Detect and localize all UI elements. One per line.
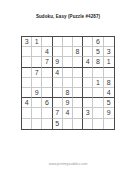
- puzzle-title: Sudoku, Easy (Puzzle #4287): [0, 14, 136, 19]
- sudoku-cell: [83, 98, 93, 108]
- sudoku-cell: 8: [63, 88, 73, 98]
- sudoku-cell: 4: [22, 98, 32, 108]
- sudoku-cell: 4: [53, 68, 63, 78]
- sudoku-cell: [83, 78, 93, 88]
- sudoku-cell: 4: [83, 57, 93, 67]
- sudoku-cell: [63, 78, 73, 88]
- sudoku-cell: [104, 68, 114, 78]
- sudoku-cell: [73, 57, 83, 67]
- sudoku-cell: [22, 88, 32, 98]
- sudoku-cell: 9: [63, 98, 73, 108]
- sudoku-cell: [53, 88, 63, 98]
- sudoku-cell: 1: [32, 37, 42, 47]
- sudoku-cell: 5: [53, 119, 63, 129]
- sudoku-cell: 8: [104, 78, 114, 88]
- sudoku-cell: 5: [104, 98, 114, 108]
- sudoku-board: 3164853794817418984469574395: [21, 36, 115, 130]
- sudoku-cell: 8: [93, 57, 103, 67]
- sudoku-cell: [22, 68, 32, 78]
- sudoku-cell: 9: [53, 57, 63, 67]
- sudoku-cell: [83, 47, 93, 57]
- sudoku-cell: [104, 119, 114, 129]
- sudoku-cell: 3: [22, 37, 32, 47]
- sudoku-cell: 7: [53, 108, 63, 118]
- sudoku-cell: 3: [104, 47, 114, 57]
- sudoku-cell: [93, 68, 103, 78]
- sudoku-cell: [32, 47, 42, 57]
- sudoku-cell: [93, 98, 103, 108]
- sudoku-cell: [22, 119, 32, 129]
- sudoku-cell: [32, 108, 42, 118]
- sudoku-cell: [83, 37, 93, 47]
- sudoku-cell: 7: [42, 57, 52, 67]
- sudoku-cell: [42, 68, 52, 78]
- sudoku-cell: [42, 37, 52, 47]
- sudoku-cell: [22, 57, 32, 67]
- sudoku-cell: [42, 78, 52, 88]
- sudoku-cell: 4: [42, 47, 52, 57]
- sudoku-cell: [53, 78, 63, 88]
- sudoku-cell: [22, 108, 32, 118]
- sudoku-cell: 6: [42, 98, 52, 108]
- sudoku-cell: [63, 47, 73, 57]
- sudoku-cell: [53, 98, 63, 108]
- sudoku-cell: [93, 119, 103, 129]
- sudoku-cell: [32, 78, 42, 88]
- sudoku-cell: [93, 88, 103, 98]
- sudoku-cell: [32, 119, 42, 129]
- sudoku-cell: 1: [93, 78, 103, 88]
- sudoku-cell: [83, 68, 93, 78]
- sudoku-cell: [53, 37, 63, 47]
- sudoku-cell: [73, 98, 83, 108]
- sudoku-cell: [22, 78, 32, 88]
- sudoku-cell: 6: [93, 37, 103, 47]
- sudoku-cell: [73, 108, 83, 118]
- sudoku-cell: [32, 57, 42, 67]
- sudoku-sheet: Sudoku, Easy (Puzzle #4287) 316485379481…: [0, 0, 136, 176]
- sudoku-cell: [63, 57, 73, 67]
- sudoku-cell: [32, 98, 42, 108]
- footer-url: www.printmysudoku.com: [0, 162, 136, 166]
- sudoku-cell: [104, 37, 114, 47]
- sudoku-cell: [42, 88, 52, 98]
- sudoku-cell: [42, 119, 52, 129]
- sudoku-cell: 5: [93, 47, 103, 57]
- sudoku-cell: [63, 68, 73, 78]
- sudoku-cell: 1: [104, 57, 114, 67]
- sudoku-cell: [93, 108, 103, 118]
- sudoku-cell: [63, 119, 73, 129]
- sudoku-cell: [42, 108, 52, 118]
- sudoku-cell: [73, 88, 83, 98]
- sudoku-cell: [73, 78, 83, 88]
- sudoku-cell: [73, 119, 83, 129]
- sudoku-cell: 3: [83, 108, 93, 118]
- sudoku-cell: [83, 119, 93, 129]
- sudoku-cell: 4: [63, 108, 73, 118]
- sudoku-cell: [22, 47, 32, 57]
- sudoku-cell: 4: [104, 88, 114, 98]
- sudoku-cell: [83, 88, 93, 98]
- sudoku-cell: 9: [32, 88, 42, 98]
- sudoku-cell: [73, 37, 83, 47]
- sudoku-cell: [63, 37, 73, 47]
- sudoku-cell: 7: [32, 68, 42, 78]
- sudoku-cell: [73, 68, 83, 78]
- sudoku-cell: 8: [73, 47, 83, 57]
- sudoku-cell: 9: [104, 108, 114, 118]
- sudoku-cell: [53, 47, 63, 57]
